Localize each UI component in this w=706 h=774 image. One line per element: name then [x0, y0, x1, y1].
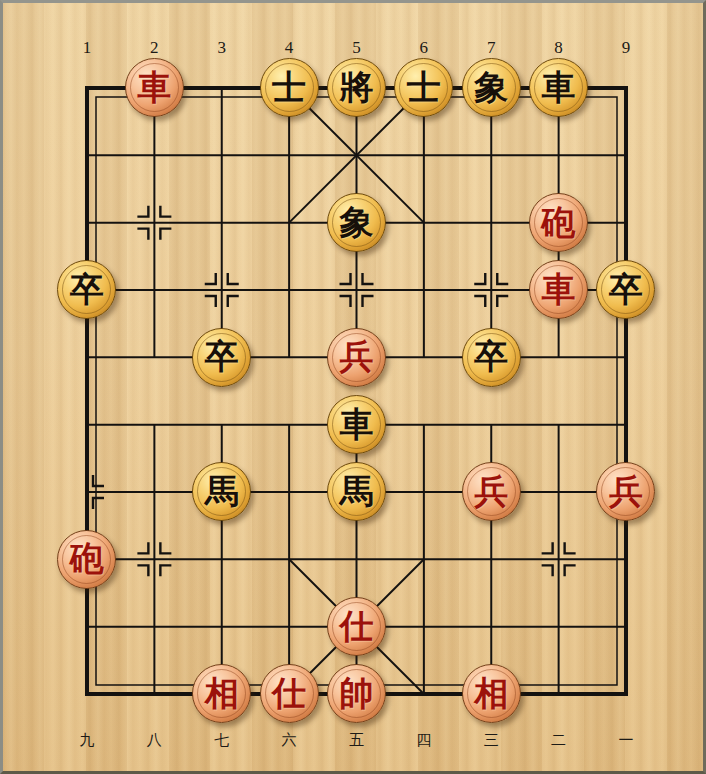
file-label-bottom-8: 二 [525, 728, 592, 752]
piece-black-horse[interactable]: 馬 [192, 462, 251, 521]
file-label-bottom-3: 七 [188, 728, 255, 752]
piece-red-cannon[interactable]: 砲 [529, 193, 588, 252]
file-label-bottom-4: 六 [255, 728, 322, 752]
piece-black-elephant[interactable]: 象 [462, 58, 521, 117]
board-intersections[interactable]: 車士將士象車象砲卒車卒卒兵卒車馬馬兵兵砲仕相仕帥相 [53, 54, 659, 727]
file-label-bottom-7: 三 [458, 728, 525, 752]
piece-black-general[interactable]: 將 [327, 58, 386, 117]
file-label-bottom-6: 四 [390, 728, 457, 752]
piece-red-chariot[interactable]: 車 [529, 260, 588, 319]
xiangqi-board: 123456789 車士將士象車象砲卒車卒卒兵卒車馬馬兵兵砲仕相仕帥相 九八七六… [0, 0, 706, 774]
piece-red-elephant[interactable]: 相 [462, 664, 521, 723]
file-label-bottom-9: 一 [592, 728, 659, 752]
piece-red-soldier[interactable]: 兵 [327, 328, 386, 387]
piece-black-advisor[interactable]: 士 [260, 58, 319, 117]
piece-red-soldier[interactable]: 兵 [596, 462, 655, 521]
piece-black-soldier[interactable]: 卒 [192, 328, 251, 387]
piece-black-horse[interactable]: 馬 [327, 462, 386, 521]
piece-black-chariot[interactable]: 車 [327, 395, 386, 454]
piece-black-soldier[interactable]: 卒 [462, 328, 521, 387]
piece-red-chariot[interactable]: 車 [125, 58, 184, 117]
piece-red-advisor[interactable]: 仕 [327, 597, 386, 656]
file-label-bottom-5: 五 [323, 728, 390, 752]
piece-black-elephant[interactable]: 象 [327, 193, 386, 252]
piece-black-soldier[interactable]: 卒 [57, 260, 116, 319]
file-label-bottom-1: 九 [53, 728, 120, 752]
piece-black-soldier[interactable]: 卒 [596, 260, 655, 319]
piece-red-advisor[interactable]: 仕 [260, 664, 319, 723]
piece-black-advisor[interactable]: 士 [394, 58, 453, 117]
file-label-bottom-2: 八 [121, 728, 188, 752]
piece-red-elephant[interactable]: 相 [192, 664, 251, 723]
piece-black-chariot[interactable]: 車 [529, 58, 588, 117]
piece-red-general[interactable]: 帥 [327, 664, 386, 723]
piece-red-cannon[interactable]: 砲 [57, 530, 116, 589]
file-labels-bottom: 九八七六五四三二一 [53, 728, 659, 752]
piece-red-soldier[interactable]: 兵 [462, 462, 521, 521]
